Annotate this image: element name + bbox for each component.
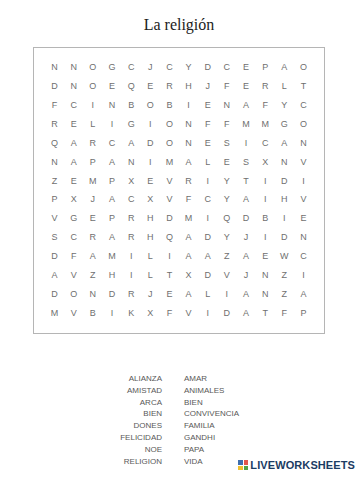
grid-cell[interactable]: C xyxy=(256,134,275,153)
grid-cell[interactable]: J xyxy=(141,58,160,77)
grid-cell[interactable]: I xyxy=(198,209,217,228)
grid-cell[interactable]: S xyxy=(45,228,64,247)
word-item: ANIMALES xyxy=(184,385,239,397)
grid-cell[interactable]: M xyxy=(256,115,275,134)
grid-cell[interactable]: C xyxy=(102,134,121,153)
grid-cell[interactable]: N xyxy=(122,153,141,172)
liveworksheets-icon xyxy=(238,460,248,470)
grid-cell[interactable]: V xyxy=(64,266,83,285)
grid-cell[interactable]: I xyxy=(102,304,121,323)
grid-cell[interactable]: Z xyxy=(217,247,236,266)
grid-cell[interactable]: M xyxy=(83,172,102,191)
grid-cell[interactable]: R xyxy=(122,285,141,304)
grid-cell[interactable]: E xyxy=(217,153,236,172)
grid-cell[interactable]: W xyxy=(275,247,294,266)
grid-cell[interactable]: E xyxy=(83,209,102,228)
grid-cell[interactable]: D xyxy=(217,304,236,323)
grid-cell[interactable]: H xyxy=(102,266,121,285)
grid-cell[interactable]: A xyxy=(83,247,102,266)
grid-cell[interactable]: A xyxy=(198,247,217,266)
grid-cell[interactable]: A xyxy=(45,266,64,285)
grid-cell[interactable]: X xyxy=(141,191,160,210)
grid-cell[interactable]: A xyxy=(122,134,141,153)
grid-cell[interactable]: N xyxy=(294,134,313,153)
grid-cell[interactable]: X xyxy=(64,191,83,210)
grid-cell[interactable]: Y xyxy=(179,58,198,77)
grid-cell[interactable]: E xyxy=(236,77,255,96)
grid-cell[interactable]: J xyxy=(141,285,160,304)
grid-cell[interactable]: E xyxy=(64,172,83,191)
grid-cell[interactable]: I xyxy=(198,172,217,191)
grid-cell[interactable]: O xyxy=(83,77,102,96)
grid-cell[interactable]: A xyxy=(64,153,83,172)
grid-cell[interactable]: X xyxy=(179,266,198,285)
grid-cell[interactable]: I xyxy=(294,266,313,285)
grid-cell[interactable]: A xyxy=(275,58,294,77)
grid-cell[interactable]: A xyxy=(102,191,121,210)
grid-cell[interactable]: S xyxy=(236,153,255,172)
grid-cell[interactable]: R xyxy=(122,228,141,247)
word-item: AMISTAD xyxy=(120,385,162,397)
word-item: FAMILIA xyxy=(184,420,239,432)
grid-cell[interactable]: V xyxy=(160,172,179,191)
grid-cell[interactable]: L xyxy=(275,77,294,96)
grid-cell[interactable]: N xyxy=(275,153,294,172)
grid-cell[interactable]: O xyxy=(141,96,160,115)
grid-cell[interactable]: P xyxy=(294,304,313,323)
word-item: NOE xyxy=(120,444,162,456)
grid-cell[interactable]: C xyxy=(160,58,179,77)
grid-cell[interactable]: I xyxy=(256,228,275,247)
grid-cell[interactable]: E xyxy=(256,247,275,266)
grid-cell[interactable]: A xyxy=(102,153,121,172)
grid-cell[interactable]: C xyxy=(122,58,141,77)
word-list: ALIANZAAMISTADARCABIENDONESFELICIDADNOER… xyxy=(0,373,358,473)
grid-cell[interactable]: R xyxy=(83,134,102,153)
grid-cell[interactable]: N xyxy=(64,58,83,77)
grid-cell[interactable]: E xyxy=(102,77,121,96)
grid-cell[interactable]: V xyxy=(294,191,313,210)
grid-cell[interactable]: N xyxy=(83,285,102,304)
grid-cell[interactable]: M xyxy=(45,304,64,323)
grid-cell[interactable]: A xyxy=(294,285,313,304)
grid-cell[interactable]: D xyxy=(198,266,217,285)
grid-cell[interactable]: F xyxy=(217,115,236,134)
grid-cell[interactable]: I xyxy=(275,209,294,228)
grid-cell[interactable]: Q xyxy=(217,209,236,228)
grid-cell[interactable]: G xyxy=(122,115,141,134)
grid-cell[interactable]: I xyxy=(141,153,160,172)
grid-cell[interactable]: I xyxy=(179,96,198,115)
grid-cell[interactable]: R xyxy=(256,77,275,96)
grid-cell[interactable]: O xyxy=(160,134,179,153)
grid-cell[interactable]: A xyxy=(275,134,294,153)
word-item: VIDA xyxy=(184,456,239,468)
grid-cell[interactable]: F xyxy=(179,191,198,210)
grid-cell[interactable]: Y xyxy=(217,191,236,210)
word-item: AMAR xyxy=(184,373,239,385)
word-list-column-2: AMARANIMALESBIENCONVIVENCIAFAMILIAGANDHI… xyxy=(184,373,239,467)
grid-cell[interactable]: A xyxy=(236,96,255,115)
grid-cell[interactable]: Z xyxy=(275,266,294,285)
grid-cell[interactable]: V xyxy=(217,266,236,285)
grid-cell[interactable]: I xyxy=(122,247,141,266)
grid-cell[interactable]: P xyxy=(83,153,102,172)
grid-cell[interactable]: L xyxy=(83,115,102,134)
grid-cell[interactable]: N xyxy=(102,96,121,115)
grid-cell[interactable]: Z xyxy=(45,172,64,191)
grid-cell[interactable]: T xyxy=(160,266,179,285)
grid-cell[interactable]: D xyxy=(275,172,294,191)
grid-cell[interactable]: T xyxy=(256,304,275,323)
grid-cell[interactable]: Z xyxy=(275,285,294,304)
grid-cell[interactable]: A xyxy=(179,153,198,172)
grid-cell[interactable]: A xyxy=(179,285,198,304)
grid-cell[interactable]: V xyxy=(294,153,313,172)
grid-cell[interactable]: F xyxy=(160,304,179,323)
grid-cell[interactable]: B xyxy=(122,96,141,115)
grid-cell[interactable]: I xyxy=(160,247,179,266)
grid-cell[interactable]: X xyxy=(122,172,141,191)
grid-cell[interactable]: V xyxy=(179,304,198,323)
grid-cell[interactable]: C xyxy=(64,96,83,115)
grid-cell[interactable]: O xyxy=(64,285,83,304)
grid-cell[interactable]: A xyxy=(179,247,198,266)
grid-cell[interactable]: N xyxy=(256,266,275,285)
grid-cell[interactable]: O xyxy=(294,58,313,77)
grid-cell[interactable]: E xyxy=(198,96,217,115)
grid-cell[interactable]: C xyxy=(64,228,83,247)
grid-cell[interactable]: C xyxy=(198,191,217,210)
grid-cell[interactable]: D xyxy=(45,247,64,266)
grid-cell[interactable]: D xyxy=(45,285,64,304)
grid-cell[interactable]: R xyxy=(122,209,141,228)
grid-cell[interactable]: A xyxy=(236,304,255,323)
grid-cell[interactable]: D xyxy=(141,134,160,153)
grid-cell[interactable]: L xyxy=(198,285,217,304)
grid-cell[interactable]: I xyxy=(294,172,313,191)
grid-cell[interactable]: I xyxy=(236,134,255,153)
grid-cell[interactable]: O xyxy=(160,115,179,134)
grid-cell[interactable]: M xyxy=(160,153,179,172)
grid-cell[interactable]: J xyxy=(236,266,255,285)
word-list-column-1: ALIANZAAMISTADARCABIENDONESFELICIDADNOER… xyxy=(120,373,162,467)
grid-cell[interactable]: N xyxy=(179,115,198,134)
grid-cell[interactable]: P xyxy=(102,172,121,191)
grid-cell[interactable]: V xyxy=(160,191,179,210)
grid-cell[interactable]: B xyxy=(83,304,102,323)
grid-cell[interactable]: Q xyxy=(160,228,179,247)
grid-cell[interactable]: M xyxy=(102,247,121,266)
word-item: GANDHI xyxy=(184,432,239,444)
grid-cell[interactable]: E xyxy=(141,172,160,191)
word-item: DONES xyxy=(120,420,162,432)
grid-cell[interactable]: J xyxy=(236,228,255,247)
grid-cell[interactable]: C xyxy=(294,96,313,115)
word-item: BIEN xyxy=(120,408,162,420)
grid-cell[interactable]: Q xyxy=(45,134,64,153)
grid-cell[interactable]: M xyxy=(236,115,255,134)
grid-cell[interactable]: E xyxy=(236,58,255,77)
grid-cell[interactable]: H xyxy=(275,191,294,210)
grid-cell[interactable]: N xyxy=(256,285,275,304)
grid-cell[interactable]: N xyxy=(64,77,83,96)
grid-cell[interactable]: C xyxy=(294,247,313,266)
page-title: La religión xyxy=(0,16,358,34)
grid-cell[interactable]: H xyxy=(179,77,198,96)
grid-cell[interactable]: I xyxy=(83,96,102,115)
grid-cell[interactable]: P xyxy=(102,209,121,228)
word-item: ARCA xyxy=(120,397,162,409)
grid-cell[interactable]: G xyxy=(275,115,294,134)
grid-cell[interactable]: L xyxy=(141,266,160,285)
grid-cell[interactable]: N xyxy=(217,96,236,115)
grid-cell[interactable]: D xyxy=(236,209,255,228)
grid-cell[interactable]: V xyxy=(64,304,83,323)
grid-cell[interactable]: F xyxy=(64,247,83,266)
worksheet-page: La religión NNOGCJCYDCEPAODNOEQERHJFERLT… xyxy=(0,0,358,480)
grid-cell[interactable]: D xyxy=(198,58,217,77)
grid-cell[interactable]: B xyxy=(256,209,275,228)
word-item: BIEN xyxy=(184,397,239,409)
word-item: FELICIDAD xyxy=(120,432,162,444)
grid-cell[interactable]: D xyxy=(160,209,179,228)
liveworksheets-logo[interactable]: LIVEWORKSHEETS xyxy=(238,459,355,471)
grid-cell[interactable]: D xyxy=(45,77,64,96)
grid-cell[interactable]: Q xyxy=(122,77,141,96)
grid-cell[interactable]: L xyxy=(141,247,160,266)
grid-cell[interactable]: O xyxy=(83,58,102,77)
grid-cell[interactable]: F xyxy=(45,96,64,115)
grid-cell[interactable]: J xyxy=(83,191,102,210)
grid-cell[interactable]: T xyxy=(236,172,255,191)
grid-cell[interactable]: O xyxy=(294,115,313,134)
grid-cell[interactable]: X xyxy=(256,153,275,172)
grid-cell[interactable]: Y xyxy=(217,228,236,247)
grid-cell[interactable]: N xyxy=(45,153,64,172)
word-item: RELIGION xyxy=(120,456,162,468)
grid-cell[interactable]: D xyxy=(275,228,294,247)
grid-cell[interactable]: Z xyxy=(83,266,102,285)
grid-cell[interactable]: R xyxy=(179,172,198,191)
grid-cell[interactable]: F xyxy=(275,304,294,323)
grid-cell[interactable]: E xyxy=(160,285,179,304)
grid-cell[interactable]: T xyxy=(294,77,313,96)
grid-cell[interactable]: N xyxy=(179,134,198,153)
grid-cell[interactable]: I xyxy=(122,266,141,285)
grid-cell[interactable]: A xyxy=(236,285,255,304)
grid-cell[interactable]: I xyxy=(102,115,121,134)
grid-cell[interactable]: H xyxy=(141,228,160,247)
grid-cell[interactable]: E xyxy=(64,115,83,134)
grid-cell[interactable]: E xyxy=(198,134,217,153)
grid-cell[interactable]: R xyxy=(45,115,64,134)
grid-cell[interactable]: P xyxy=(45,191,64,210)
grid-cell[interactable]: I xyxy=(256,191,275,210)
grid-cell[interactable]: I xyxy=(256,172,275,191)
grid-cell[interactable]: P xyxy=(256,58,275,77)
grid-cell[interactable]: D xyxy=(198,228,217,247)
grid-cell[interactable]: C xyxy=(217,58,236,77)
grid-cell[interactable]: B xyxy=(160,96,179,115)
grid-cell[interactable]: G xyxy=(102,58,121,77)
grid-cell[interactable]: Y xyxy=(275,96,294,115)
word-item: CONVIVENCIA xyxy=(184,408,239,420)
grid-cell[interactable]: L xyxy=(198,153,217,172)
wordsearch-board: NNOGCJCYDCEPAODNOEQERHJFERLTFCINBOBIENAF… xyxy=(33,47,325,334)
grid-cell[interactable]: V xyxy=(45,209,64,228)
grid-cell[interactable]: J xyxy=(198,77,217,96)
word-item: ALIANZA xyxy=(120,373,162,385)
grid-cell[interactable]: N xyxy=(294,228,313,247)
grid-cell[interactable]: A xyxy=(236,191,255,210)
grid-cell[interactable]: I xyxy=(198,304,217,323)
grid-cell[interactable]: G xyxy=(64,209,83,228)
grid-cell[interactable]: I xyxy=(217,285,236,304)
grid-cell[interactable]: E xyxy=(294,209,313,228)
grid-cell[interactable]: R xyxy=(83,228,102,247)
word-item: PAPA xyxy=(184,444,239,456)
grid-cell[interactable]: Y xyxy=(217,172,236,191)
grid-cell[interactable]: F xyxy=(256,96,275,115)
grid-cell[interactable]: H xyxy=(141,209,160,228)
grid-cell[interactable]: C xyxy=(122,191,141,210)
grid-cell[interactable]: F xyxy=(198,115,217,134)
grid-cell[interactable]: K xyxy=(122,304,141,323)
grid-cell[interactable]: A xyxy=(236,247,255,266)
letter-grid: NNOGCJCYDCEPAODNOEQERHJFERLTFCINBOBIENAF… xyxy=(45,58,313,323)
grid-cell[interactable]: E xyxy=(141,77,160,96)
grid-cell[interactable]: F xyxy=(217,77,236,96)
grid-cell[interactable]: X xyxy=(141,304,160,323)
grid-cell[interactable]: N xyxy=(45,58,64,77)
grid-cell[interactable]: D xyxy=(102,285,121,304)
grid-cell[interactable]: A xyxy=(102,228,121,247)
grid-cell[interactable]: I xyxy=(141,115,160,134)
grid-cell[interactable]: S xyxy=(217,134,236,153)
grid-cell[interactable]: A xyxy=(179,228,198,247)
grid-cell[interactable]: A xyxy=(64,134,83,153)
grid-cell[interactable]: M xyxy=(179,209,198,228)
grid-cell[interactable]: R xyxy=(160,77,179,96)
liveworksheets-logo-text: LIVEWORKSHEETS xyxy=(250,459,355,471)
